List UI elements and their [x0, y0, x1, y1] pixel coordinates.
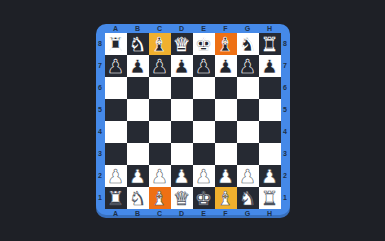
rank-label-7: 7 — [281, 55, 290, 77]
rank-label-4: 4 — [96, 121, 105, 143]
square-c7[interactable]: ♟ — [149, 55, 171, 77]
piece-black-pawn[interactable]: ♟ — [107, 55, 124, 77]
square-h6[interactable] — [259, 77, 281, 99]
square-h7[interactable]: ♟ — [259, 55, 281, 77]
piece-white-rook[interactable]: ♜ — [261, 187, 278, 209]
piece-black-rook[interactable]: ♜ — [107, 33, 124, 55]
file-label-h: H — [259, 24, 281, 33]
rank-label-8: 8 — [96, 33, 105, 55]
file-label-a: A — [105, 24, 127, 33]
file-label-e: E — [193, 24, 215, 33]
rank-label-5: 5 — [96, 99, 105, 121]
piece-black-pawn[interactable]: ♟ — [129, 55, 146, 77]
square-b6[interactable] — [127, 77, 149, 99]
rank-label-3: 3 — [281, 143, 290, 165]
rank-label-7: 7 — [96, 55, 105, 77]
square-f8[interactable]: ♝ — [215, 33, 237, 55]
square-g4[interactable] — [237, 121, 259, 143]
square-g7[interactable]: ♟ — [237, 55, 259, 77]
square-a4[interactable] — [105, 121, 127, 143]
rank-label-1: 1 — [281, 187, 290, 209]
piece-white-queen[interactable]: ♛ — [173, 187, 190, 209]
file-label-h: H — [259, 209, 281, 218]
square-b7[interactable]: ♟ — [127, 55, 149, 77]
square-f7[interactable]: ♟ — [215, 55, 237, 77]
square-a6[interactable] — [105, 77, 127, 99]
piece-black-pawn[interactable]: ♟ — [217, 55, 234, 77]
square-e1[interactable]: ♚ — [193, 187, 215, 209]
piece-white-pawn[interactable]: ♟ — [217, 165, 234, 187]
piece-white-bishop[interactable]: ♝ — [217, 187, 234, 209]
chess-board: ABCDEFGH 87654321 ♜♞♝♛♚♝♞♜♟♟♟♟♟♟♟♟♟♟♟♟♟♟… — [96, 24, 290, 218]
square-a1[interactable]: ♜ — [105, 187, 127, 209]
square-c6[interactable] — [149, 77, 171, 99]
rank-label-8: 8 — [281, 33, 290, 55]
square-h1[interactable]: ♜ — [259, 187, 281, 209]
piece-black-bishop[interactable]: ♝ — [151, 33, 168, 55]
piece-black-pawn[interactable]: ♟ — [151, 55, 168, 77]
square-e5[interactable] — [193, 99, 215, 121]
piece-black-knight[interactable]: ♞ — [239, 33, 256, 55]
square-b5[interactable] — [127, 99, 149, 121]
square-h8[interactable]: ♜ — [259, 33, 281, 55]
rank-label-2: 2 — [96, 165, 105, 187]
rank-label-3: 3 — [96, 143, 105, 165]
square-g5[interactable] — [237, 99, 259, 121]
square-h2[interactable]: ♟ — [259, 165, 281, 187]
square-h3[interactable] — [259, 143, 281, 165]
square-a8[interactable]: ♜ — [105, 33, 127, 55]
square-a7[interactable]: ♟ — [105, 55, 127, 77]
square-e3[interactable] — [193, 143, 215, 165]
square-c3[interactable] — [149, 143, 171, 165]
file-label-d: D — [171, 24, 193, 33]
piece-black-rook[interactable]: ♜ — [261, 33, 278, 55]
square-d8[interactable]: ♛ — [171, 33, 193, 55]
rank-label-4: 4 — [281, 121, 290, 143]
file-label-c: C — [149, 24, 171, 33]
piece-black-king[interactable]: ♚ — [195, 33, 212, 55]
square-d7[interactable]: ♟ — [171, 55, 193, 77]
rank-label-5: 5 — [281, 99, 290, 121]
piece-white-pawn[interactable]: ♟ — [195, 165, 212, 187]
file-label-b: B — [127, 209, 149, 218]
piece-white-pawn[interactable]: ♟ — [239, 165, 256, 187]
file-label-e: E — [193, 209, 215, 218]
square-g2[interactable]: ♟ — [237, 165, 259, 187]
square-c5[interactable] — [149, 99, 171, 121]
square-g6[interactable] — [237, 77, 259, 99]
rank-labels-left: 87654321 — [96, 33, 105, 209]
piece-white-king[interactable]: ♚ — [195, 187, 212, 209]
rank-label-6: 6 — [96, 77, 105, 99]
piece-white-pawn[interactable]: ♟ — [107, 165, 124, 187]
rank-labels-right: 87654321 — [281, 33, 290, 209]
square-c4[interactable] — [149, 121, 171, 143]
square-h4[interactable] — [259, 121, 281, 143]
square-e6[interactable] — [193, 77, 215, 99]
square-b8[interactable]: ♞ — [127, 33, 149, 55]
square-d5[interactable] — [171, 99, 193, 121]
piece-white-knight[interactable]: ♞ — [129, 187, 146, 209]
square-d2[interactable]: ♟ — [171, 165, 193, 187]
square-d3[interactable] — [171, 143, 193, 165]
piece-black-pawn[interactable]: ♟ — [173, 55, 190, 77]
square-c1[interactable]: ♝ — [149, 187, 171, 209]
square-a5[interactable] — [105, 99, 127, 121]
file-label-g: G — [237, 209, 259, 218]
piece-white-pawn[interactable]: ♟ — [261, 165, 278, 187]
rank-label-2: 2 — [281, 165, 290, 187]
piece-white-knight[interactable]: ♞ — [239, 187, 256, 209]
square-e7[interactable]: ♟ — [193, 55, 215, 77]
square-f6[interactable] — [215, 77, 237, 99]
square-f5[interactable] — [215, 99, 237, 121]
square-b1[interactable]: ♞ — [127, 187, 149, 209]
file-label-g: G — [237, 24, 259, 33]
square-d4[interactable] — [171, 121, 193, 143]
piece-black-pawn[interactable]: ♟ — [195, 55, 212, 77]
square-c2[interactable]: ♟ — [149, 165, 171, 187]
square-d1[interactable]: ♛ — [171, 187, 193, 209]
piece-black-pawn[interactable]: ♟ — [261, 55, 278, 77]
file-label-f: F — [215, 24, 237, 33]
rank-label-6: 6 — [281, 77, 290, 99]
file-label-a: A — [105, 209, 127, 218]
square-a2[interactable]: ♟ — [105, 165, 127, 187]
square-f1[interactable]: ♝ — [215, 187, 237, 209]
square-d6[interactable] — [171, 77, 193, 99]
piece-white-bishop[interactable]: ♝ — [151, 187, 168, 209]
square-c8[interactable]: ♝ — [149, 33, 171, 55]
piece-black-queen[interactable]: ♛ — [173, 33, 190, 55]
piece-white-pawn[interactable]: ♟ — [173, 165, 190, 187]
file-labels-bottom: ABCDEFGH — [105, 209, 281, 218]
piece-black-bishop[interactable]: ♝ — [217, 33, 234, 55]
square-f4[interactable] — [215, 121, 237, 143]
square-f2[interactable]: ♟ — [215, 165, 237, 187]
file-label-f: F — [215, 209, 237, 218]
square-g8[interactable]: ♞ — [237, 33, 259, 55]
square-e4[interactable] — [193, 121, 215, 143]
piece-white-rook[interactable]: ♜ — [107, 187, 124, 209]
rank-label-1: 1 — [96, 187, 105, 209]
square-g3[interactable] — [237, 143, 259, 165]
square-e8[interactable]: ♚ — [193, 33, 215, 55]
square-f3[interactable] — [215, 143, 237, 165]
piece-white-pawn[interactable]: ♟ — [129, 165, 146, 187]
square-a3[interactable] — [105, 143, 127, 165]
square-g1[interactable]: ♞ — [237, 187, 259, 209]
file-label-c: C — [149, 209, 171, 218]
file-labels-top: ABCDEFGH — [105, 24, 281, 33]
square-b3[interactable] — [127, 143, 149, 165]
square-h5[interactable] — [259, 99, 281, 121]
piece-white-pawn[interactable]: ♟ — [151, 165, 168, 187]
board-grid: ♜♞♝♛♚♝♞♜♟♟♟♟♟♟♟♟♟♟♟♟♟♟♟♟♜♞♝♛♚♝♞♜ — [105, 33, 281, 209]
file-label-b: B — [127, 24, 149, 33]
square-e2[interactable]: ♟ — [193, 165, 215, 187]
file-label-d: D — [171, 209, 193, 218]
piece-black-knight[interactable]: ♞ — [129, 33, 146, 55]
square-b2[interactable]: ♟ — [127, 165, 149, 187]
piece-black-pawn[interactable]: ♟ — [239, 55, 256, 77]
square-b4[interactable] — [127, 121, 149, 143]
